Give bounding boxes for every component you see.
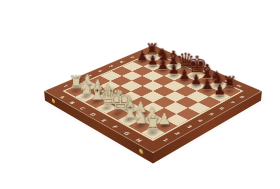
playing-area: ♜♞♝♛♚♝♞♜♟♟♟♟♟♟♟♟♟♟♟♟♟♟♟♟♜♞♝♛♚♝♞♜: [62, 52, 243, 141]
brass-clasp: [52, 98, 55, 104]
rank-label-1-east: 1: [162, 137, 171, 142]
product-photo-stage: ♜♞♝♛♚♝♞♜♟♟♟♟♟♟♟♟♟♟♟♟♟♟♟♟♜♞♝♛♚♝♞♜ AA11BB2…: [0, 0, 280, 189]
rank-label-8-east: 8: [239, 95, 247, 99]
rank-label-2-east: 2: [174, 130, 183, 135]
rank-label-4-east: 4: [197, 118, 205, 122]
file-label-e-south: E: [101, 118, 110, 122]
black-pawn-h7[interactable]: ♟: [211, 82, 227, 96]
brass-clasp: [139, 148, 143, 155]
rank-label-5-east: 5: [208, 112, 216, 116]
rank-label-7-east: 7: [229, 100, 237, 104]
file-label-g-south: G: [123, 130, 132, 135]
file-label-f-south: F: [112, 124, 121, 129]
square-h4[interactable]: [176, 108, 199, 120]
file-label-a-south: A: [59, 95, 68, 99]
file-label-h-south: H: [135, 137, 145, 142]
file-label-d-south: D: [90, 112, 99, 117]
rank-label-3-east: 3: [185, 124, 194, 129]
chess-board: ♜♞♝♛♚♝♞♜♟♟♟♟♟♟♟♟♟♟♟♟♟♟♟♟♜♞♝♛♚♝♞♜ AA11BB2…: [44, 45, 262, 153]
file-label-c-south: C: [79, 106, 88, 110]
white-rook-h1[interactable]: ♜: [144, 114, 161, 133]
square-h7[interactable]: ♟: [209, 91, 231, 102]
file-label-b-south: B: [69, 100, 78, 104]
rank-label-6-east: 6: [218, 106, 226, 110]
